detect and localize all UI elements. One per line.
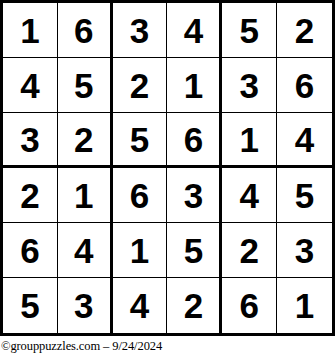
cell-r1c4: 4 xyxy=(167,3,222,58)
cell-r5c1: 6 xyxy=(3,223,58,278)
cell-r3c4: 6 xyxy=(167,113,222,168)
cell-r6c6: 1 xyxy=(277,278,332,333)
sudoku-board: 163452452136325614216345641523534261 xyxy=(0,0,335,336)
cell-r3c1: 3 xyxy=(3,113,58,168)
cell-r1c2: 6 xyxy=(58,3,113,58)
cell-r5c6: 3 xyxy=(277,223,332,278)
cell-r5c2: 4 xyxy=(58,223,113,278)
cell-r6c4: 2 xyxy=(167,278,222,333)
cell-r6c3: 4 xyxy=(113,278,168,333)
cell-r2c3: 2 xyxy=(113,58,168,113)
cell-r3c5: 1 xyxy=(222,113,277,168)
cell-r4c3: 6 xyxy=(113,168,168,223)
cell-r1c1: 1 xyxy=(3,3,58,58)
cell-r4c1: 2 xyxy=(3,168,58,223)
cell-r3c3: 5 xyxy=(113,113,168,168)
cell-r2c2: 5 xyxy=(58,58,113,113)
cell-r2c5: 3 xyxy=(222,58,277,113)
cell-r6c5: 6 xyxy=(222,278,277,333)
cell-r1c5: 5 xyxy=(222,3,277,58)
cell-r2c6: 6 xyxy=(277,58,332,113)
cell-r6c2: 3 xyxy=(58,278,113,333)
cell-r2c4: 1 xyxy=(167,58,222,113)
cell-r2c1: 4 xyxy=(3,58,58,113)
cell-r1c3: 3 xyxy=(113,3,168,58)
cell-r3c6: 4 xyxy=(277,113,332,168)
credit-line: ©grouppuzzles.com – 9/24/2024 xyxy=(1,339,334,354)
cell-r6c1: 5 xyxy=(3,278,58,333)
cell-r4c2: 1 xyxy=(58,168,113,223)
sudoku-page: 163452452136325614216345641523534261 ©gr… xyxy=(0,0,335,357)
cell-r5c5: 2 xyxy=(222,223,277,278)
cell-r4c6: 5 xyxy=(277,168,332,223)
cell-r4c5: 4 xyxy=(222,168,277,223)
cell-r3c2: 2 xyxy=(58,113,113,168)
cell-r5c3: 1 xyxy=(113,223,168,278)
cell-r5c4: 5 xyxy=(167,223,222,278)
cell-r4c4: 3 xyxy=(167,168,222,223)
cell-r1c6: 2 xyxy=(277,3,332,58)
